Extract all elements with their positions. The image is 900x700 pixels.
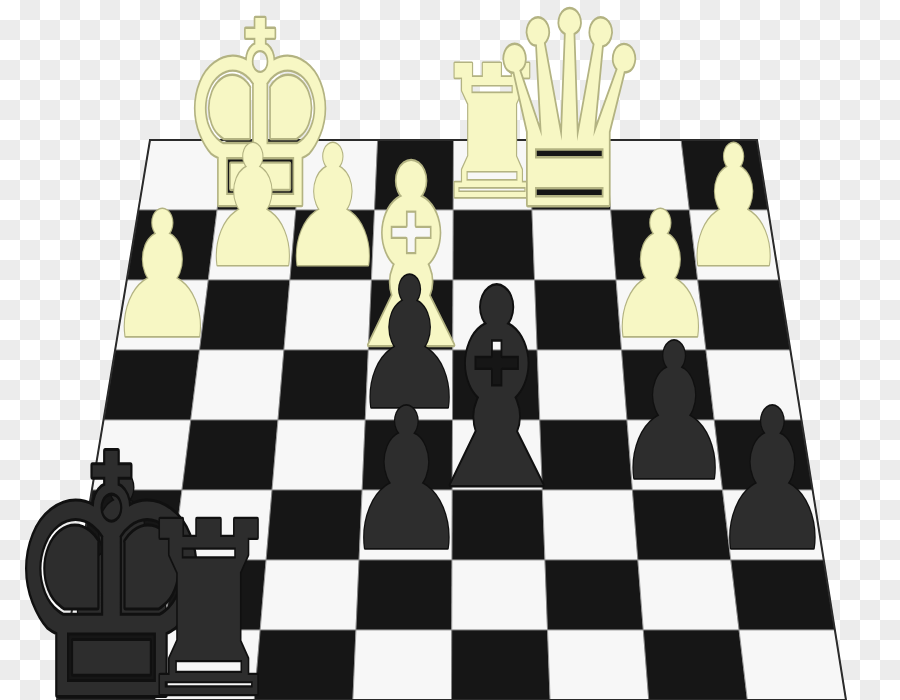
- square-b8: [643, 630, 747, 700]
- chess-board: ♚♜♛♟♟♟♟♝♟♟♝♟♟♟♟♚♜: [0, 0, 900, 700]
- black-pawn-a6: ♟: [709, 367, 835, 594]
- square-c7: [545, 560, 643, 630]
- square-e8: [353, 630, 452, 700]
- white-pawn-h3: ♟: [106, 174, 218, 377]
- black-rook: ♜: [131, 471, 286, 700]
- black-pawn-e6: ♟: [343, 367, 469, 594]
- square-d8: [452, 630, 551, 700]
- square-c8: [548, 630, 649, 700]
- square-a8: [739, 630, 846, 700]
- chessboard-clipart: ♚♜♛♟♟♟♟♝♟♟♝♟♟♟♟♚♜: [0, 0, 900, 700]
